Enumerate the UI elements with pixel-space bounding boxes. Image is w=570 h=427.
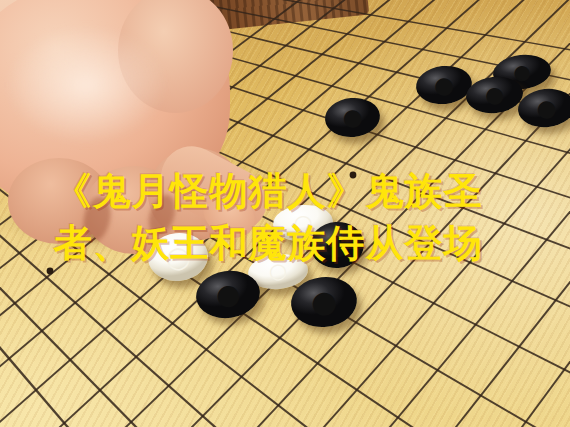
black-stone-glyph: ● bbox=[341, 105, 363, 130]
hand-highlight bbox=[6, 26, 166, 144]
caption-line-1: 《鬼月怪物猎人》鬼族圣 bbox=[0, 165, 536, 217]
black-stone-glyph: ● bbox=[512, 61, 531, 83]
black-stone-glyph: ● bbox=[484, 83, 505, 107]
go-board-photo: ●●●●●○●○○●● 《鬼月怪物猎人》鬼族圣 者、妖王和魔族侍从登场 bbox=[0, 0, 570, 427]
caption-overlay: 《鬼月怪物猎人》鬼族圣 者、妖王和魔族侍从登场 bbox=[0, 165, 536, 269]
black-stone-glyph: ● bbox=[433, 73, 455, 98]
black-stone-glyph: ● bbox=[535, 96, 557, 121]
black-stone-glyph: ● bbox=[214, 279, 242, 310]
black-stone-glyph: ● bbox=[309, 286, 338, 319]
caption-line-2: 者、妖王和魔族侍从登场 bbox=[0, 217, 536, 269]
